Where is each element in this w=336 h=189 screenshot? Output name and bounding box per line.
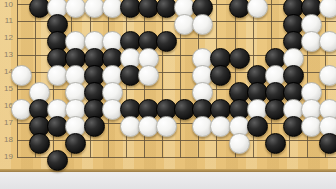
white-stone-H14 bbox=[138, 65, 159, 86]
below-board-area bbox=[0, 172, 336, 189]
black-stone-B18 bbox=[29, 133, 50, 154]
go-app-screenshot: 10111213141516171819 bbox=[0, 0, 336, 189]
black-stone-D18 bbox=[65, 133, 86, 154]
white-stone-J17 bbox=[156, 116, 177, 137]
row-coordinate-label: 19 bbox=[0, 152, 15, 161]
black-stone-C19 bbox=[47, 150, 68, 171]
black-stone-P18 bbox=[265, 133, 286, 154]
white-stone-N18 bbox=[229, 133, 250, 154]
row-coordinate-label: 12 bbox=[0, 33, 15, 42]
white-stone-S10 bbox=[319, 0, 336, 18]
row-coordinate-label: 17 bbox=[0, 118, 15, 127]
row-coordinate-label: 13 bbox=[0, 50, 15, 59]
black-stone-O17 bbox=[247, 116, 268, 137]
black-stone-E17 bbox=[84, 116, 105, 137]
black-stone-N13 bbox=[229, 48, 250, 69]
white-stone-S12 bbox=[319, 31, 336, 52]
white-stone-O10 bbox=[247, 0, 268, 18]
white-stone-A14 bbox=[11, 65, 32, 86]
row-coordinate-label: 15 bbox=[0, 84, 15, 93]
white-stone-S14 bbox=[319, 65, 336, 86]
black-stone-S18 bbox=[319, 133, 336, 154]
row-coordinate-label: 10 bbox=[0, 0, 15, 9]
row-coordinate-label: 18 bbox=[0, 135, 15, 144]
row-coordinate-label: 11 bbox=[0, 16, 15, 25]
black-stone-J12 bbox=[156, 31, 177, 52]
